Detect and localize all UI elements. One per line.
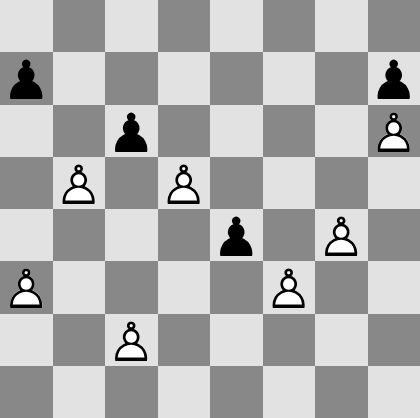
square-d5[interactable]: ♟♙ (158, 157, 211, 209)
square-e4[interactable]: ♟ (210, 209, 263, 261)
square-a3[interactable]: ♟♙ (0, 261, 53, 313)
square-g7[interactable] (315, 52, 368, 104)
square-h1[interactable] (368, 366, 420, 418)
square-b1[interactable] (53, 366, 106, 418)
black-pawn-a7: ♟ (2, 54, 50, 104)
white-pawn-a3: ♟♙ (2, 263, 50, 313)
square-c6[interactable]: ♟ (105, 105, 158, 157)
square-h7[interactable]: ♟ (368, 52, 420, 104)
square-e8[interactable] (210, 0, 263, 52)
white-pawn-c2: ♟♙ (107, 316, 155, 366)
square-f7[interactable] (263, 52, 316, 104)
square-b3[interactable] (53, 261, 106, 313)
black-pawn-h7: ♟ (370, 54, 418, 104)
square-f4[interactable] (263, 209, 316, 261)
square-a5[interactable] (0, 157, 53, 209)
square-b8[interactable] (53, 0, 106, 52)
square-a7[interactable]: ♟ (0, 52, 53, 104)
square-c4[interactable] (105, 209, 158, 261)
square-b6[interactable] (53, 105, 106, 157)
chess-board: ♟♟♟♟♙♟♙♟♙♟♟♙♟♙♟♙♟♙ (0, 0, 420, 418)
white-pawn-d5: ♟♙ (160, 159, 208, 209)
square-d7[interactable] (158, 52, 211, 104)
square-b2[interactable] (53, 314, 106, 366)
square-h6[interactable]: ♟♙ (368, 105, 420, 157)
black-pawn-e4: ♟ (212, 211, 260, 261)
square-d8[interactable] (158, 0, 211, 52)
square-h5[interactable] (368, 157, 420, 209)
white-pawn-b5: ♟♙ (55, 159, 103, 209)
square-b7[interactable] (53, 52, 106, 104)
square-e7[interactable] (210, 52, 263, 104)
square-f8[interactable] (263, 0, 316, 52)
square-f3[interactable]: ♟♙ (263, 261, 316, 313)
square-g2[interactable] (315, 314, 368, 366)
square-g3[interactable] (315, 261, 368, 313)
black-pawn-c6: ♟ (107, 107, 155, 157)
square-g6[interactable] (315, 105, 368, 157)
square-b4[interactable] (53, 209, 106, 261)
square-g5[interactable] (315, 157, 368, 209)
square-a4[interactable] (0, 209, 53, 261)
square-g4[interactable]: ♟♙ (315, 209, 368, 261)
square-c5[interactable] (105, 157, 158, 209)
square-a8[interactable] (0, 0, 53, 52)
square-e2[interactable] (210, 314, 263, 366)
white-pawn-f3: ♟♙ (265, 263, 313, 313)
square-f6[interactable] (263, 105, 316, 157)
square-f1[interactable] (263, 366, 316, 418)
white-pawn-h6: ♟♙ (370, 107, 418, 157)
square-a2[interactable] (0, 314, 53, 366)
square-h4[interactable] (368, 209, 420, 261)
square-d4[interactable] (158, 209, 211, 261)
square-e6[interactable] (210, 105, 263, 157)
square-d2[interactable] (158, 314, 211, 366)
square-h8[interactable] (368, 0, 420, 52)
square-b5[interactable]: ♟♙ (53, 157, 106, 209)
square-d6[interactable] (158, 105, 211, 157)
square-c1[interactable] (105, 366, 158, 418)
square-c7[interactable] (105, 52, 158, 104)
square-e1[interactable] (210, 366, 263, 418)
square-h3[interactable] (368, 261, 420, 313)
square-f5[interactable] (263, 157, 316, 209)
square-a6[interactable] (0, 105, 53, 157)
square-c3[interactable] (105, 261, 158, 313)
square-e3[interactable] (210, 261, 263, 313)
square-h2[interactable] (368, 314, 420, 366)
square-d3[interactable] (158, 261, 211, 313)
square-e5[interactable] (210, 157, 263, 209)
square-a1[interactable] (0, 366, 53, 418)
square-d1[interactable] (158, 366, 211, 418)
square-f2[interactable] (263, 314, 316, 366)
square-g1[interactable] (315, 366, 368, 418)
square-c8[interactable] (105, 0, 158, 52)
square-c2[interactable]: ♟♙ (105, 314, 158, 366)
square-g8[interactable] (315, 0, 368, 52)
white-pawn-g4: ♟♙ (317, 211, 365, 261)
